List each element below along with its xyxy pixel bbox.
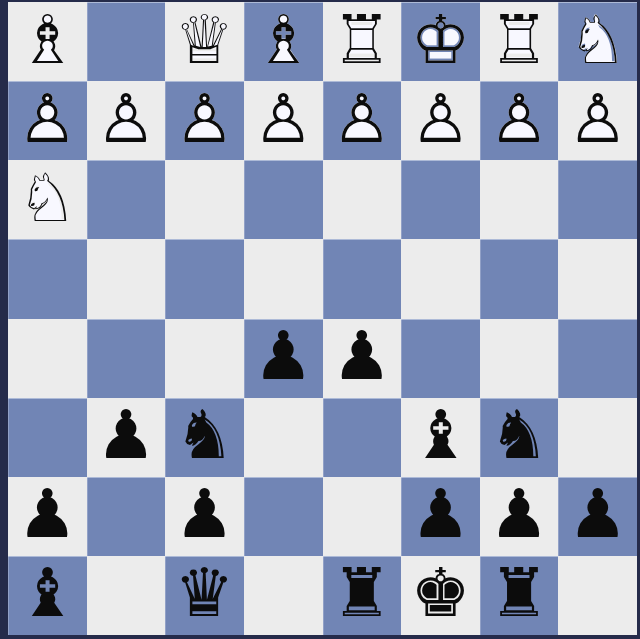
square-h5[interactable]	[8, 319, 87, 398]
square-c3[interactable]	[401, 160, 480, 239]
piece-black-knight[interactable]: ♞	[480, 398, 559, 477]
square-f8[interactable]: ♛	[165, 556, 244, 635]
square-g1[interactable]	[87, 2, 166, 81]
square-d7[interactable]	[323, 477, 402, 556]
square-e3[interactable]	[244, 160, 323, 239]
square-f6[interactable]: ♞	[165, 398, 244, 477]
piece-black-pawn[interactable]: ♟	[244, 319, 323, 398]
square-h4[interactable]	[8, 239, 87, 318]
square-d4[interactable]	[323, 239, 402, 318]
piece-black-rook[interactable]: ♜	[323, 556, 402, 635]
chess-board: ♝♗♛♕♝♗♜♖♚♔♜♖♞♘♟♙♟♙♟♙♟♙♟♙♟♙♟♙♟♙♞♘♟♟♟♞♝♞♟♟…	[8, 2, 637, 635]
square-a2[interactable]: ♟♙	[558, 81, 637, 160]
piece-black-rook[interactable]: ♜	[480, 556, 559, 635]
square-a5[interactable]	[558, 319, 637, 398]
piece-white-rook-outline: ♖	[480, 2, 559, 81]
square-d8[interactable]: ♜	[323, 556, 402, 635]
square-g8[interactable]	[87, 556, 166, 635]
square-g4[interactable]	[87, 239, 166, 318]
square-b5[interactable]	[480, 319, 559, 398]
square-g7[interactable]	[87, 477, 166, 556]
square-g3[interactable]	[87, 160, 166, 239]
piece-black-knight[interactable]: ♞	[165, 398, 244, 477]
square-c5[interactable]	[401, 319, 480, 398]
square-f4[interactable]	[165, 239, 244, 318]
square-e2[interactable]: ♟♙	[244, 81, 323, 160]
piece-black-pawn[interactable]: ♟	[558, 477, 637, 556]
square-b2[interactable]: ♟♙	[480, 81, 559, 160]
square-b8[interactable]: ♜	[480, 556, 559, 635]
piece-white-pawn-outline: ♙	[401, 81, 480, 160]
piece-white-pawn-outline: ♙	[244, 81, 323, 160]
piece-white-knight-outline: ♘	[558, 2, 637, 81]
square-e7[interactable]	[244, 477, 323, 556]
piece-white-knight-outline: ♘	[8, 160, 87, 239]
piece-white-pawn-outline: ♙	[558, 81, 637, 160]
square-f7[interactable]: ♟	[165, 477, 244, 556]
square-b6[interactable]: ♞	[480, 398, 559, 477]
square-g6[interactable]: ♟	[87, 398, 166, 477]
square-e8[interactable]	[244, 556, 323, 635]
board-frame: ♝♗♛♕♝♗♜♖♚♔♜♖♞♘♟♙♟♙♟♙♟♙♟♙♟♙♟♙♟♙♞♘♟♟♟♞♝♞♟♟…	[0, 0, 640, 639]
square-c7[interactable]: ♟	[401, 477, 480, 556]
piece-white-pawn-outline: ♙	[8, 81, 87, 160]
piece-black-queen[interactable]: ♛	[165, 556, 244, 635]
square-d6[interactable]	[323, 398, 402, 477]
square-e6[interactable]	[244, 398, 323, 477]
square-g5[interactable]	[87, 319, 166, 398]
square-d1[interactable]: ♜♖	[323, 2, 402, 81]
square-g2[interactable]: ♟♙	[87, 81, 166, 160]
square-e1[interactable]: ♝♗	[244, 2, 323, 81]
square-b7[interactable]: ♟	[480, 477, 559, 556]
square-h8[interactable]: ♝	[8, 556, 87, 635]
piece-white-bishop-outline: ♗	[244, 2, 323, 81]
square-b1[interactable]: ♜♖	[480, 2, 559, 81]
square-a1[interactable]: ♞♘	[558, 2, 637, 81]
piece-white-pawn-outline: ♙	[480, 81, 559, 160]
piece-white-pawn-outline: ♙	[165, 81, 244, 160]
square-d5[interactable]: ♟	[323, 319, 402, 398]
square-a3[interactable]	[558, 160, 637, 239]
square-d2[interactable]: ♟♙	[323, 81, 402, 160]
piece-black-bishop[interactable]: ♝	[401, 398, 480, 477]
piece-black-pawn[interactable]: ♟	[87, 398, 166, 477]
piece-black-pawn[interactable]: ♟	[323, 319, 402, 398]
piece-black-pawn[interactable]: ♟	[480, 477, 559, 556]
square-c4[interactable]	[401, 239, 480, 318]
square-h2[interactable]: ♟♙	[8, 81, 87, 160]
square-f1[interactable]: ♛♕	[165, 2, 244, 81]
square-c8[interactable]: ♚	[401, 556, 480, 635]
square-c1[interactable]: ♚♔	[401, 2, 480, 81]
piece-white-pawn-outline: ♙	[323, 81, 402, 160]
piece-white-rook-outline: ♖	[323, 2, 402, 81]
square-a6[interactable]	[558, 398, 637, 477]
piece-black-king[interactable]: ♚	[401, 556, 480, 635]
square-a4[interactable]	[558, 239, 637, 318]
square-e4[interactable]	[244, 239, 323, 318]
piece-black-pawn[interactable]: ♟	[401, 477, 480, 556]
square-f5[interactable]	[165, 319, 244, 398]
square-d3[interactable]	[323, 160, 402, 239]
square-h7[interactable]: ♟	[8, 477, 87, 556]
square-h3[interactable]: ♞♘	[8, 160, 87, 239]
square-f2[interactable]: ♟♙	[165, 81, 244, 160]
piece-black-pawn[interactable]: ♟	[165, 477, 244, 556]
square-b4[interactable]	[480, 239, 559, 318]
square-a8[interactable]	[558, 556, 637, 635]
square-c2[interactable]: ♟♙	[401, 81, 480, 160]
piece-white-queen-outline: ♕	[165, 2, 244, 81]
square-b3[interactable]	[480, 160, 559, 239]
piece-white-pawn-outline: ♙	[87, 81, 166, 160]
piece-white-king-outline: ♔	[401, 2, 480, 81]
piece-black-bishop[interactable]: ♝	[8, 556, 87, 635]
square-e5[interactable]: ♟	[244, 319, 323, 398]
square-h6[interactable]	[8, 398, 87, 477]
piece-white-bishop-outline: ♗	[8, 2, 87, 81]
square-a7[interactable]: ♟	[558, 477, 637, 556]
square-f3[interactable]	[165, 160, 244, 239]
square-h1[interactable]: ♝♗	[8, 2, 87, 81]
square-c6[interactable]: ♝	[401, 398, 480, 477]
piece-black-pawn[interactable]: ♟	[8, 477, 87, 556]
